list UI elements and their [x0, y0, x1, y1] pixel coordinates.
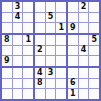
cell-r6c5[interactable]	[46, 56, 56, 66]
box-2-3: 54	[68, 35, 99, 66]
cell-r2c9[interactable]	[89, 13, 99, 23]
cell-r4c5[interactable]	[46, 35, 56, 45]
cell-r5c9[interactable]	[89, 46, 99, 56]
cell-r8c9[interactable]	[89, 79, 99, 89]
box-3-2: 438	[35, 68, 66, 99]
cell-r2c2[interactable]: 4	[13, 13, 23, 23]
sudoku-board: 34512981925443861	[0, 0, 101, 101]
cell-r6c9[interactable]	[89, 56, 99, 66]
cell-r5c4[interactable]: 2	[35, 46, 45, 56]
cell-r6c7[interactable]	[68, 56, 78, 66]
cell-r4c8[interactable]	[79, 35, 89, 45]
box-2-2: 2	[35, 35, 66, 66]
cell-r7c1[interactable]	[2, 68, 12, 78]
cell-r3c2[interactable]	[13, 23, 23, 33]
cell-r8c6[interactable]	[56, 79, 66, 89]
cell-r2c3[interactable]	[23, 13, 33, 23]
cell-r3c7[interactable]: 9	[68, 23, 78, 33]
cell-r4c7[interactable]	[68, 35, 78, 45]
cell-r5c7[interactable]	[68, 46, 78, 56]
cell-r8c4[interactable]: 8	[35, 79, 45, 89]
cell-r3c3[interactable]	[23, 23, 33, 33]
cell-r1c9[interactable]	[89, 2, 99, 12]
cell-r8c8[interactable]	[79, 79, 89, 89]
cell-r9c6[interactable]	[56, 89, 66, 99]
cell-r6c4[interactable]	[35, 56, 45, 66]
cell-r3c5[interactable]	[46, 23, 56, 33]
cell-r9c5[interactable]	[46, 89, 56, 99]
cell-r1c4[interactable]	[35, 2, 45, 12]
cell-r9c8[interactable]	[79, 89, 89, 99]
cell-r7c8[interactable]	[79, 68, 89, 78]
cell-r2c8[interactable]	[79, 13, 89, 23]
cell-r9c7[interactable]: 1	[68, 89, 78, 99]
cell-r8c2[interactable]	[13, 79, 23, 89]
cell-r3c1[interactable]	[2, 23, 12, 33]
cell-r3c9[interactable]	[89, 23, 99, 33]
cell-r5c1[interactable]	[2, 46, 12, 56]
cell-r3c6[interactable]: 1	[56, 23, 66, 33]
cell-r2c5[interactable]: 5	[46, 13, 56, 23]
cell-r9c9[interactable]	[89, 89, 99, 99]
box-1-3: 29	[68, 2, 99, 33]
cell-r6c8[interactable]	[79, 56, 89, 66]
box-3-3: 61	[68, 68, 99, 99]
box-2-1: 819	[2, 35, 33, 66]
cell-r5c6[interactable]	[56, 46, 66, 56]
cell-r5c3[interactable]	[23, 46, 33, 56]
cell-r5c2[interactable]	[13, 46, 23, 56]
cell-r4c6[interactable]	[56, 35, 66, 45]
cell-r7c3[interactable]	[23, 68, 33, 78]
cell-r1c8[interactable]: 2	[79, 2, 89, 12]
cell-r7c2[interactable]	[13, 68, 23, 78]
cell-r1c6[interactable]	[56, 2, 66, 12]
cell-r4c1[interactable]: 8	[2, 35, 12, 45]
cell-r2c4[interactable]	[35, 13, 45, 23]
box-1-2: 51	[35, 2, 66, 33]
cell-r9c1[interactable]	[2, 89, 12, 99]
cell-r4c9[interactable]: 5	[89, 35, 99, 45]
cell-r9c4[interactable]	[35, 89, 45, 99]
cell-r2c1[interactable]	[2, 13, 12, 23]
cell-r8c7[interactable]: 6	[68, 79, 78, 89]
cell-r8c3[interactable]	[23, 79, 33, 89]
cell-r6c1[interactable]: 9	[2, 56, 12, 66]
cell-r1c3[interactable]	[23, 2, 33, 12]
cell-r7c9[interactable]	[89, 68, 99, 78]
box-1-1: 34	[2, 2, 33, 33]
cell-r4c4[interactable]	[35, 35, 45, 45]
cell-r8c1[interactable]	[2, 79, 12, 89]
cell-r6c3[interactable]	[23, 56, 33, 66]
cell-r6c6[interactable]	[56, 56, 66, 66]
cell-r7c5[interactable]: 3	[46, 68, 56, 78]
cell-r5c8[interactable]: 4	[79, 46, 89, 56]
cell-r7c7[interactable]	[68, 68, 78, 78]
cell-r9c3[interactable]	[23, 89, 33, 99]
cell-r9c2[interactable]	[13, 89, 23, 99]
cell-r2c7[interactable]	[68, 13, 78, 23]
cell-r6c2[interactable]	[13, 56, 23, 66]
cell-r7c4[interactable]: 4	[35, 68, 45, 78]
cell-r1c7[interactable]	[68, 2, 78, 12]
cell-r3c8[interactable]	[79, 23, 89, 33]
cell-r3c4[interactable]	[35, 23, 45, 33]
cell-r1c1[interactable]	[2, 2, 12, 12]
cell-r7c6[interactable]	[56, 68, 66, 78]
cell-r1c5[interactable]	[46, 2, 56, 12]
box-3-1	[2, 68, 33, 99]
cell-r1c2[interactable]: 3	[13, 2, 23, 12]
cell-r8c5[interactable]	[46, 79, 56, 89]
cell-r4c2[interactable]	[13, 35, 23, 45]
cell-r2c6[interactable]	[56, 13, 66, 23]
cell-r5c5[interactable]	[46, 46, 56, 56]
cell-r4c3[interactable]: 1	[23, 35, 33, 45]
